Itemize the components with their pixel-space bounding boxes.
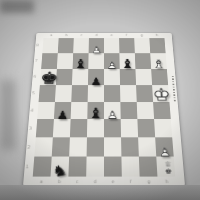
- cell-b6: [56, 69, 73, 85]
- cell-g8: [134, 38, 150, 53]
- cell-b4: ♟: [54, 102, 71, 120]
- cell-d4: ♝: [87, 102, 104, 120]
- cell-c1: [68, 157, 86, 177]
- cell-e1: [104, 157, 122, 177]
- cell-a4: [37, 102, 55, 120]
- cell-e5: [104, 85, 120, 102]
- cell-d2: [87, 138, 104, 157]
- black-knight-b1[interactable]: ♞: [50, 162, 70, 180]
- cell-a3: [36, 119, 54, 137]
- rank-label-left-5: 5: [31, 85, 35, 102]
- file-label-top-h: h: [149, 34, 164, 37]
- cell-a5: [39, 85, 56, 102]
- cell-f5: [120, 85, 137, 102]
- cell-b2: [52, 138, 70, 157]
- cell-g4: [137, 102, 154, 120]
- rank-label-left-8: 8: [36, 38, 40, 53]
- cell-d1: [86, 157, 104, 177]
- board-logo-emblem: ♕♚: [162, 161, 174, 176]
- cell-a2: [34, 138, 53, 157]
- cell-c7: ♝: [73, 53, 89, 69]
- cell-h5: ♚♔: [152, 85, 169, 102]
- file-label-top-a: a: [44, 34, 59, 37]
- cell-f3: [121, 119, 138, 137]
- cell-d6: ♟: [88, 69, 104, 85]
- cell-a6: ♚: [40, 69, 57, 85]
- chessboard-photo: abcdefgh abcdefgh 87654321 ♟♙♝♟♙♝♝♗♚♟♚♔♟…: [0, 0, 200, 200]
- file-label-top-d: d: [89, 34, 104, 37]
- cell-f1: [121, 157, 139, 177]
- cell-c5: [71, 85, 88, 102]
- rank-label-left-6: 6: [33, 69, 37, 85]
- cell-a7: [41, 53, 58, 69]
- file-label-bottom-h: h: [158, 179, 176, 184]
- cell-c4: [71, 102, 88, 120]
- photo-shadow-left: [0, 80, 16, 150]
- cell-b3: [53, 119, 71, 137]
- file-labels-top: abcdefgh: [44, 34, 165, 37]
- cell-e3: [104, 119, 121, 137]
- cell-a8: [42, 38, 58, 53]
- cell-e4: ♟♙: [104, 102, 121, 120]
- cell-d7: [88, 53, 104, 69]
- cell-h7: ♝♗: [150, 53, 167, 69]
- pieces-layer: ♟♙♝♟♙♝♝♗♚♟♚♔♟♝♟♙♟♙♞: [33, 38, 176, 176]
- rank-label-left-4: 4: [30, 102, 34, 120]
- cell-f2: [121, 138, 139, 157]
- cell-c6: [72, 69, 88, 85]
- cell-b1: ♞: [51, 157, 70, 177]
- cell-a1: [33, 157, 52, 177]
- cell-e2: [104, 138, 121, 157]
- piece-glyph: ♞: [50, 162, 70, 180]
- cell-b8: [58, 38, 74, 53]
- cell-g2: [138, 138, 156, 157]
- file-label-bottom-e: e: [104, 179, 122, 184]
- file-label-top-b: b: [59, 34, 74, 37]
- cell-c8: [73, 38, 89, 53]
- cell-g6: [135, 69, 152, 85]
- cell-d5: [88, 85, 104, 102]
- cell-h6: [151, 69, 168, 85]
- cell-d3: [87, 119, 104, 137]
- photo-shadow-bottom: [0, 185, 200, 200]
- rank-label-left-1: 1: [25, 157, 30, 177]
- cell-e8: [104, 38, 119, 53]
- file-label-bottom-a: a: [32, 179, 50, 184]
- cell-f6: [120, 69, 136, 85]
- cell-g1: [139, 157, 158, 177]
- file-label-bottom-b: b: [50, 179, 68, 184]
- chess-board: abcdefgh abcdefgh 87654321 ♟♙♝♟♙♝♝♗♚♟♚♔♟…: [23, 33, 185, 186]
- cell-h3: [154, 119, 172, 137]
- cell-c2: [69, 138, 87, 157]
- file-label-top-e: e: [104, 34, 119, 37]
- cell-c3: [70, 119, 87, 137]
- cell-h8: [149, 38, 165, 53]
- file-label-top-c: c: [74, 34, 89, 37]
- cell-f4: [120, 102, 137, 120]
- cell-f7: ♝: [119, 53, 135, 69]
- rank-label-left-3: 3: [28, 119, 33, 137]
- cell-f8: [119, 38, 135, 53]
- cell-e6: [104, 69, 120, 85]
- cell-h2: ♟♙: [155, 138, 174, 157]
- cell-h4: [153, 102, 171, 120]
- file-label-bottom-f: f: [122, 179, 140, 184]
- cell-e7: ♟♙: [104, 53, 120, 69]
- cell-d8: ♟♙: [89, 38, 104, 53]
- rank-label-left-2: 2: [27, 138, 32, 157]
- cell-g3: [137, 119, 155, 137]
- brand-text-illegible: [172, 76, 176, 102]
- file-label-top-f: f: [119, 34, 134, 37]
- rank-label-left-7: 7: [34, 53, 38, 69]
- cell-b5: [55, 85, 72, 102]
- cell-g7: [135, 53, 151, 69]
- playing-area: ♟♙♝♟♙♝♝♗♚♟♚♔♟♝♟♙♟♙♞ ♕♚: [33, 38, 176, 176]
- file-label-bottom-c: c: [68, 179, 86, 184]
- photo-shadow-topleft: [0, 0, 34, 13]
- cell-g5: [136, 85, 153, 102]
- cell-b7: [57, 53, 73, 69]
- file-label-top-g: g: [134, 34, 149, 37]
- file-label-bottom-g: g: [140, 179, 158, 184]
